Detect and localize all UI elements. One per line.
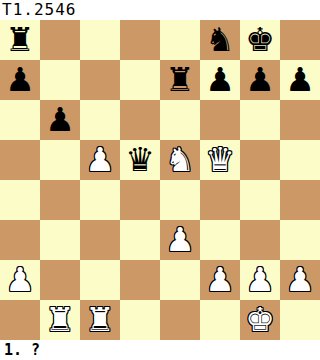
white-queen: ♛: [205, 140, 235, 180]
black-knight: ♞: [205, 20, 235, 60]
white-king: ♚: [245, 300, 275, 340]
square-a2[interactable]: ♟: [0, 260, 40, 300]
square-g3[interactable]: [240, 220, 280, 260]
square-c1[interactable]: ♜: [80, 300, 120, 340]
square-b6[interactable]: ♟: [40, 100, 80, 140]
square-h4[interactable]: [280, 180, 320, 220]
square-h6[interactable]: [280, 100, 320, 140]
square-f1[interactable]: [200, 300, 240, 340]
square-a5[interactable]: [0, 140, 40, 180]
white-pawn: ♟: [285, 260, 315, 300]
move-prompt: 1. ?: [0, 340, 320, 360]
square-c3[interactable]: [80, 220, 120, 260]
square-g4[interactable]: [240, 180, 280, 220]
square-f6[interactable]: [200, 100, 240, 140]
square-f8[interactable]: ♞: [200, 20, 240, 60]
square-d6[interactable]: [120, 100, 160, 140]
square-c8[interactable]: [80, 20, 120, 60]
square-f5[interactable]: ♛: [200, 140, 240, 180]
square-a3[interactable]: [0, 220, 40, 260]
square-g2[interactable]: ♟: [240, 260, 280, 300]
white-rook: ♜: [85, 300, 115, 340]
square-g6[interactable]: [240, 100, 280, 140]
square-d5[interactable]: ♛: [120, 140, 160, 180]
white-pawn: ♟: [205, 260, 235, 300]
white-rook: ♜: [45, 300, 75, 340]
square-c5[interactable]: ♟: [80, 140, 120, 180]
square-e3[interactable]: ♟: [160, 220, 200, 260]
square-h5[interactable]: [280, 140, 320, 180]
square-d2[interactable]: [120, 260, 160, 300]
black-pawn: ♟: [245, 60, 275, 100]
square-c6[interactable]: [80, 100, 120, 140]
square-h1[interactable]: [280, 300, 320, 340]
square-g7[interactable]: ♟: [240, 60, 280, 100]
black-pawn: ♟: [5, 60, 35, 100]
square-e4[interactable]: [160, 180, 200, 220]
square-d8[interactable]: [120, 20, 160, 60]
square-h7[interactable]: ♟: [280, 60, 320, 100]
square-b4[interactable]: [40, 180, 80, 220]
square-a1[interactable]: [0, 300, 40, 340]
square-e8[interactable]: [160, 20, 200, 60]
square-a8[interactable]: ♜: [0, 20, 40, 60]
white-pawn: ♟: [245, 260, 275, 300]
square-h8[interactable]: [280, 20, 320, 60]
square-c2[interactable]: [80, 260, 120, 300]
square-f3[interactable]: [200, 220, 240, 260]
square-c7[interactable]: [80, 60, 120, 100]
black-king: ♚: [245, 20, 275, 60]
square-g5[interactable]: [240, 140, 280, 180]
black-rook: ♜: [165, 60, 195, 100]
square-d1[interactable]: [120, 300, 160, 340]
square-f4[interactable]: [200, 180, 240, 220]
square-g8[interactable]: ♚: [240, 20, 280, 60]
black-pawn: ♟: [45, 100, 75, 140]
white-pawn: ♟: [165, 220, 195, 260]
square-d7[interactable]: [120, 60, 160, 100]
black-queen: ♛: [125, 140, 155, 180]
chess-board: ♜♞♚♟♜♟♟♟♟♟♛♞♛♟♟♟♟♟♜♜♚: [0, 20, 320, 340]
square-e7[interactable]: ♜: [160, 60, 200, 100]
square-a7[interactable]: ♟: [0, 60, 40, 100]
black-pawn: ♟: [285, 60, 315, 100]
square-e6[interactable]: [160, 100, 200, 140]
square-b2[interactable]: [40, 260, 80, 300]
square-g1[interactable]: ♚: [240, 300, 280, 340]
square-a6[interactable]: [0, 100, 40, 140]
white-pawn: ♟: [85, 140, 115, 180]
square-f7[interactable]: ♟: [200, 60, 240, 100]
white-knight: ♞: [165, 140, 195, 180]
black-rook: ♜: [5, 20, 35, 60]
square-b8[interactable]: [40, 20, 80, 60]
square-f2[interactable]: ♟: [200, 260, 240, 300]
square-e2[interactable]: [160, 260, 200, 300]
square-h3[interactable]: [280, 220, 320, 260]
square-b3[interactable]: [40, 220, 80, 260]
square-b1[interactable]: ♜: [40, 300, 80, 340]
black-pawn: ♟: [205, 60, 235, 100]
square-b7[interactable]: [40, 60, 80, 100]
white-pawn: ♟: [5, 260, 35, 300]
square-c4[interactable]: [80, 180, 120, 220]
chess-app-window: T1.2546 ♜♞♚♟♜♟♟♟♟♟♛♞♛♟♟♟♟♟♜♜♚ 1. ?: [0, 0, 320, 360]
square-e1[interactable]: [160, 300, 200, 340]
square-a4[interactable]: [0, 180, 40, 220]
square-e5[interactable]: ♞: [160, 140, 200, 180]
square-d3[interactable]: [120, 220, 160, 260]
square-d4[interactable]: [120, 180, 160, 220]
square-b5[interactable]: [40, 140, 80, 180]
puzzle-title: T1.2546: [0, 0, 320, 20]
square-h2[interactable]: ♟: [280, 260, 320, 300]
